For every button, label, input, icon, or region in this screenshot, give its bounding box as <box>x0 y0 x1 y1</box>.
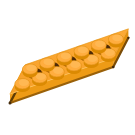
stud-highlight <box>95 41 105 48</box>
corner-shadow-dot <box>112 66 115 69</box>
corner-shadow-dot <box>127 37 129 39</box>
technic-plate-2x6-svg <box>0 0 135 135</box>
stud-highlight <box>53 67 63 74</box>
stud-highlight <box>78 47 88 54</box>
stud-highlight <box>44 59 54 66</box>
product-image <box>0 0 135 135</box>
corner-shadow-dot <box>9 102 12 105</box>
stud-highlight <box>36 73 46 80</box>
stud-highlight <box>112 35 122 42</box>
stud-highlight <box>19 79 29 86</box>
stud-highlight <box>61 53 71 60</box>
stud-highlight <box>70 61 80 68</box>
stud-highlight <box>105 49 115 56</box>
stud-highlight <box>88 55 98 62</box>
stud-highlight <box>26 65 36 72</box>
